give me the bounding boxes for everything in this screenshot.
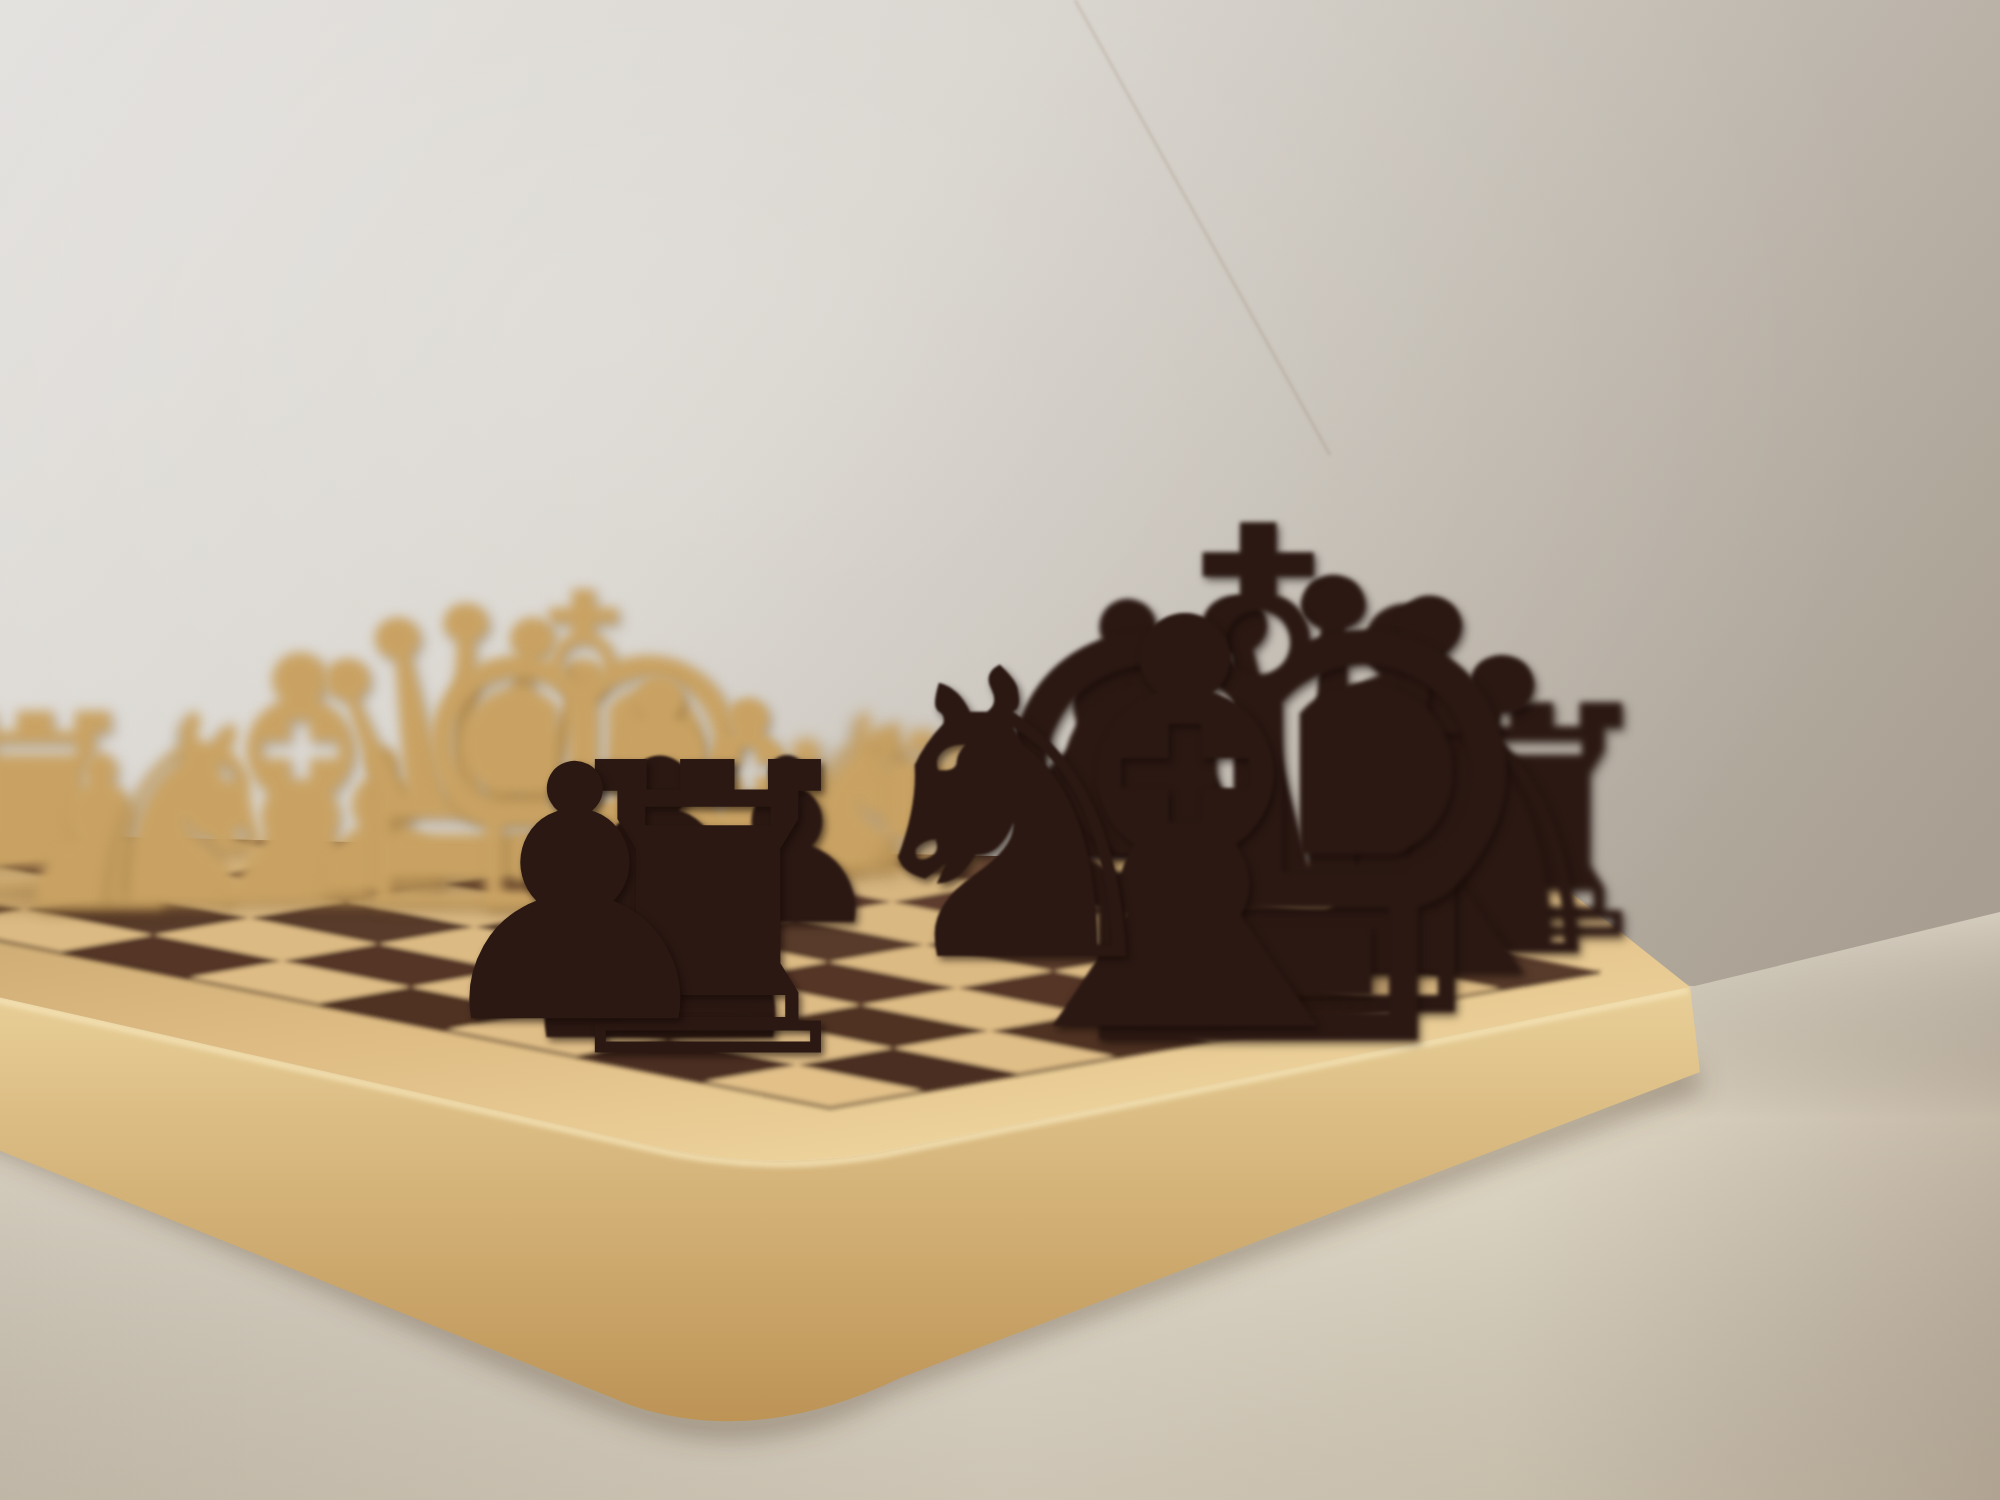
black-pawn: ♟ — [417, 720, 733, 1072]
chess-pieces-layer: ♜♟♞♝♟♛♚♟♝♟♞♜♟♟♟♜♞♝♛♚♝♞♟♜♟ — [0, 0, 2000, 1500]
chess-photo-scene: ♜♟♞♝♟♛♚♟♝♟♞♜♟♟♟♜♞♝♛♚♝♞♟♜♟ — [0, 0, 2000, 1500]
